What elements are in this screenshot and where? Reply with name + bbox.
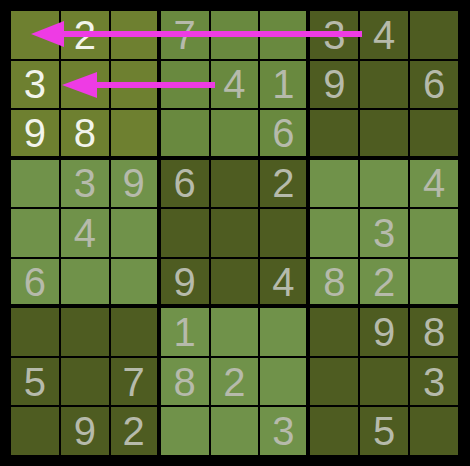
cell-r1c1[interactable] [11,11,59,59]
cell-r6c5[interactable] [211,259,259,307]
cell-r6c9[interactable] [410,259,458,307]
cell-r4c1[interactable] [11,160,59,208]
cell-r3c6[interactable]: 6 [260,110,308,158]
cell-r3c4[interactable] [161,110,209,158]
cell-r8c6[interactable] [260,358,308,406]
cell-r3c3[interactable] [111,110,159,158]
cell-r1c9[interactable] [410,11,458,59]
cell-r6c1[interactable]: 6 [11,259,59,307]
cell-r4c7[interactable] [310,160,358,208]
cell-r9c2[interactable]: 9 [61,407,109,455]
cell-r8c5[interactable]: 2 [211,358,259,406]
cell-r1c5[interactable] [211,11,259,59]
cell-r3c2[interactable]: 8 [61,110,109,158]
cell-r3c7[interactable] [310,110,358,158]
cell-r5c7[interactable] [310,209,358,257]
cell-r5c1[interactable] [11,209,59,257]
cell-r1c4[interactable]: 7 [161,11,209,59]
cell-r5c8[interactable]: 3 [360,209,408,257]
cell-r2c5[interactable]: 4 [211,61,259,109]
cell-r7c1[interactable] [11,308,59,356]
cell-r4c3[interactable]: 9 [111,160,159,208]
cell-r7c4[interactable]: 1 [161,308,209,356]
cell-r5c5[interactable] [211,209,259,257]
cell-r5c3[interactable] [111,209,159,257]
cell-r9c8[interactable]: 5 [360,407,408,455]
cell-r7c3[interactable] [111,308,159,356]
cell-r5c6[interactable] [260,209,308,257]
sudoku-board: 273434196986396244369482198578239235 [11,11,458,455]
cell-r1c3[interactable] [111,11,159,59]
cell-r7c2[interactable] [61,308,109,356]
cell-r9c5[interactable] [211,407,259,455]
cell-r9c6[interactable]: 3 [260,407,308,455]
screenshot-root: 273434196986396244369482198578239235 [0,0,470,466]
cell-r8c7[interactable] [310,358,358,406]
cell-r4c8[interactable] [360,160,408,208]
cell-r9c1[interactable] [11,407,59,455]
cell-r4c4[interactable]: 6 [161,160,209,208]
cell-r3c1[interactable]: 9 [11,110,59,158]
cell-r7c7[interactable] [310,308,358,356]
cell-r3c9[interactable] [410,110,458,158]
cell-r2c4[interactable] [161,61,209,109]
cell-r1c8[interactable]: 4 [360,11,408,59]
cell-r2c7[interactable]: 9 [310,61,358,109]
cell-r8c2[interactable] [61,358,109,406]
cell-r8c9[interactable]: 3 [410,358,458,406]
cell-r4c9[interactable]: 4 [410,160,458,208]
cell-r6c8[interactable]: 2 [360,259,408,307]
cell-r2c6[interactable]: 1 [260,61,308,109]
cell-r7c6[interactable] [260,308,308,356]
cell-r2c8[interactable] [360,61,408,109]
cell-r4c5[interactable] [211,160,259,208]
cell-r9c4[interactable] [161,407,209,455]
cell-r8c4[interactable]: 8 [161,358,209,406]
cell-r6c4[interactable]: 9 [161,259,209,307]
cell-r9c7[interactable] [310,407,358,455]
cell-r1c7[interactable]: 3 [310,11,358,59]
cell-r6c6[interactable]: 4 [260,259,308,307]
cell-r5c9[interactable] [410,209,458,257]
cell-r5c4[interactable] [161,209,209,257]
cell-r4c6[interactable]: 2 [260,160,308,208]
cell-r6c3[interactable] [111,259,159,307]
cell-r9c3[interactable]: 2 [111,407,159,455]
cell-r5c2[interactable]: 4 [61,209,109,257]
cell-r7c5[interactable] [211,308,259,356]
cell-r7c9[interactable]: 8 [410,308,458,356]
cell-r8c8[interactable] [360,358,408,406]
cell-r6c2[interactable] [61,259,109,307]
cell-r4c2[interactable]: 3 [61,160,109,208]
cell-r3c5[interactable] [211,110,259,158]
cell-r8c3[interactable]: 7 [111,358,159,406]
cell-r2c9[interactable]: 6 [410,61,458,109]
cell-r1c6[interactable] [260,11,308,59]
cell-r2c1[interactable]: 3 [11,61,59,109]
cell-r8c1[interactable]: 5 [11,358,59,406]
cell-r1c2[interactable]: 2 [61,11,109,59]
cell-r6c7[interactable]: 8 [310,259,358,307]
cell-r3c8[interactable] [360,110,408,158]
cell-r7c8[interactable]: 9 [360,308,408,356]
cell-r2c3[interactable] [111,61,159,109]
cell-r2c2[interactable] [61,61,109,109]
cell-r9c9[interactable] [410,407,458,455]
